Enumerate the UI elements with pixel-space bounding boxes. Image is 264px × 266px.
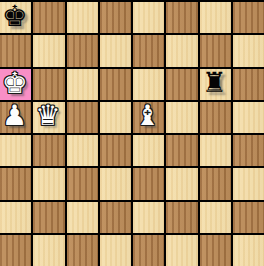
white-queen[interactable]: ♛: [35, 102, 60, 130]
square-b7[interactable]: [33, 35, 64, 66]
square-d3[interactable]: [100, 168, 131, 199]
square-b6[interactable]: [33, 69, 64, 100]
white-pawn[interactable]: ♟: [2, 102, 27, 130]
square-h8[interactable]: [233, 2, 264, 33]
square-g3[interactable]: [200, 168, 231, 199]
square-d8[interactable]: [100, 2, 131, 33]
square-c4[interactable]: [67, 135, 98, 166]
square-f6[interactable]: [166, 69, 197, 100]
square-a4[interactable]: [0, 135, 31, 166]
square-d1[interactable]: [100, 235, 131, 266]
square-e7[interactable]: [133, 35, 164, 66]
square-h2[interactable]: [233, 202, 264, 233]
square-e5[interactable]: ♝: [133, 102, 164, 133]
square-a6[interactable]: ♚: [0, 69, 31, 100]
square-g2[interactable]: [200, 202, 231, 233]
square-f1[interactable]: [166, 235, 197, 266]
square-h4[interactable]: [233, 135, 264, 166]
square-f4[interactable]: [166, 135, 197, 166]
square-a3[interactable]: [0, 168, 31, 199]
square-a1[interactable]: [0, 235, 31, 266]
square-g5[interactable]: [200, 102, 231, 133]
square-d6[interactable]: [100, 69, 131, 100]
square-d7[interactable]: [100, 35, 131, 66]
square-d2[interactable]: [100, 202, 131, 233]
square-h6[interactable]: [233, 69, 264, 100]
square-e4[interactable]: [133, 135, 164, 166]
square-a5[interactable]: ♟: [0, 102, 31, 133]
square-e2[interactable]: [133, 202, 164, 233]
square-a8[interactable]: ♚: [0, 2, 31, 33]
square-g8[interactable]: [200, 2, 231, 33]
square-g7[interactable]: [200, 35, 231, 66]
square-c3[interactable]: [67, 168, 98, 199]
square-g1[interactable]: [200, 235, 231, 266]
black-king[interactable]: ♚: [2, 2, 28, 31]
square-g4[interactable]: [200, 135, 231, 166]
square-f2[interactable]: [166, 202, 197, 233]
square-e1[interactable]: [133, 235, 164, 266]
square-b5[interactable]: ♛: [33, 102, 64, 133]
square-g6[interactable]: ♜: [200, 69, 231, 100]
square-c6[interactable]: [67, 69, 98, 100]
white-king[interactable]: ♚: [2, 69, 28, 98]
square-c2[interactable]: [67, 202, 98, 233]
square-b2[interactable]: [33, 202, 64, 233]
square-h5[interactable]: [233, 102, 264, 133]
square-c1[interactable]: [67, 235, 98, 266]
black-rook[interactable]: ♜: [202, 69, 227, 97]
square-h3[interactable]: [233, 168, 264, 199]
square-c7[interactable]: [67, 35, 98, 66]
white-bishop[interactable]: ♝: [135, 102, 160, 130]
square-e8[interactable]: [133, 2, 164, 33]
square-b3[interactable]: [33, 168, 64, 199]
square-a7[interactable]: [0, 35, 31, 66]
square-b4[interactable]: [33, 135, 64, 166]
square-a2[interactable]: [0, 202, 31, 233]
square-c5[interactable]: [67, 102, 98, 133]
square-f5[interactable]: [166, 102, 197, 133]
square-d5[interactable]: [100, 102, 131, 133]
square-f7[interactable]: [166, 35, 197, 66]
square-f8[interactable]: [166, 2, 197, 33]
square-c8[interactable]: [67, 2, 98, 33]
square-h7[interactable]: [233, 35, 264, 66]
square-f3[interactable]: [166, 168, 197, 199]
chess-board: ♚♚♜♟♛♝: [0, 0, 264, 266]
square-e6[interactable]: [133, 69, 164, 100]
square-b1[interactable]: [33, 235, 64, 266]
square-e3[interactable]: [133, 168, 164, 199]
square-h1[interactable]: [233, 235, 264, 266]
square-b8[interactable]: [33, 2, 64, 33]
square-d4[interactable]: [100, 135, 131, 166]
